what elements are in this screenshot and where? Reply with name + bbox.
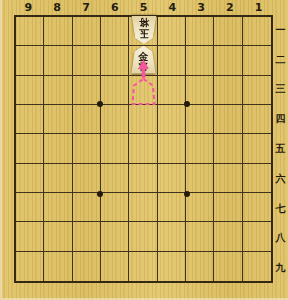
square-9h[interactable]: [16, 222, 44, 251]
square-8h[interactable]: [44, 222, 72, 251]
square-4h[interactable]: [158, 222, 186, 251]
square-3i[interactable]: [186, 252, 214, 281]
file-label-9: 9: [14, 0, 43, 15]
square-7b[interactable]: [73, 46, 101, 75]
square-5f[interactable]: [129, 164, 157, 193]
rank-label-5: 五: [273, 134, 288, 164]
square-4f[interactable]: [158, 164, 186, 193]
square-1e[interactable]: [243, 134, 271, 163]
square-6c[interactable]: [101, 76, 129, 105]
rank-label-1: 一: [273, 15, 288, 45]
file-label-6: 6: [100, 0, 129, 15]
square-3a[interactable]: [186, 17, 214, 46]
square-1f[interactable]: [243, 164, 271, 193]
square-6h[interactable]: [101, 222, 129, 251]
square-3c[interactable]: [186, 76, 214, 105]
square-1g[interactable]: [243, 193, 271, 222]
square-6i[interactable]: [101, 252, 129, 281]
piece-sente-gold-5b[interactable]: 金 将: [131, 46, 157, 74]
square-7i[interactable]: [73, 252, 101, 281]
file-label-8: 8: [43, 0, 72, 15]
kanji-top: 玉: [139, 27, 149, 38]
hoshi-dot: [97, 191, 103, 197]
square-9g[interactable]: [16, 193, 44, 222]
file-label-5: 5: [129, 0, 158, 15]
square-7h[interactable]: [73, 222, 101, 251]
square-9e[interactable]: [16, 134, 44, 163]
square-1d[interactable]: [243, 105, 271, 134]
square-3e[interactable]: [186, 134, 214, 163]
square-8c[interactable]: [44, 76, 72, 105]
square-4g[interactable]: [158, 193, 186, 222]
square-4e[interactable]: [158, 134, 186, 163]
square-6a[interactable]: [101, 17, 129, 46]
file-label-1: 1: [244, 0, 273, 15]
file-label-7: 7: [72, 0, 101, 15]
square-2g[interactable]: [214, 193, 242, 222]
square-8a[interactable]: [44, 17, 72, 46]
file-label-2: 2: [215, 0, 244, 15]
square-9b[interactable]: [16, 46, 44, 75]
square-5i[interactable]: [129, 252, 157, 281]
square-5e[interactable]: [129, 134, 157, 163]
hoshi-dot: [184, 191, 190, 197]
square-2f[interactable]: [214, 164, 242, 193]
square-5d[interactable]: [129, 105, 157, 134]
square-8f[interactable]: [44, 164, 72, 193]
piece-gote-king-5a[interactable]: 玉 将: [131, 16, 157, 44]
rank-label-3: 三: [273, 75, 288, 105]
rank-label-4: 四: [273, 104, 288, 134]
square-7d[interactable]: [73, 105, 101, 134]
square-1c[interactable]: [243, 76, 271, 105]
square-2h[interactable]: [214, 222, 242, 251]
square-9c[interactable]: [16, 76, 44, 105]
square-4c[interactable]: [158, 76, 186, 105]
square-1a[interactable]: [243, 17, 271, 46]
square-3g[interactable]: [186, 193, 214, 222]
kanji-bottom: 将: [139, 17, 149, 28]
square-4i[interactable]: [158, 252, 186, 281]
square-5h[interactable]: [129, 222, 157, 251]
square-8b[interactable]: [44, 46, 72, 75]
square-8e[interactable]: [44, 134, 72, 163]
square-1i[interactable]: [243, 252, 271, 281]
square-2i[interactable]: [214, 252, 242, 281]
square-6b[interactable]: [101, 46, 129, 75]
square-9a[interactable]: [16, 17, 44, 46]
square-1h[interactable]: [243, 222, 271, 251]
square-5g[interactable]: [129, 193, 157, 222]
square-8d[interactable]: [44, 105, 72, 134]
square-6d[interactable]: [101, 105, 129, 134]
rank-coordinates: 一 二 三 四 五 六 七 八 九: [273, 15, 288, 283]
square-8i[interactable]: [44, 252, 72, 281]
square-4a[interactable]: [158, 17, 186, 46]
square-6e[interactable]: [101, 134, 129, 163]
square-6g[interactable]: [101, 193, 129, 222]
rank-label-8: 八: [273, 223, 288, 253]
hoshi-dot: [184, 101, 190, 107]
file-label-4: 4: [158, 0, 187, 15]
square-3d[interactable]: [186, 105, 214, 134]
square-7e[interactable]: [73, 134, 101, 163]
square-3h[interactable]: [186, 222, 214, 251]
kanji-bottom: 将: [139, 62, 149, 73]
rank-label-7: 七: [273, 194, 288, 224]
square-7c[interactable]: [73, 76, 101, 105]
square-5c[interactable]: [129, 76, 157, 105]
koma-face: 金 将: [131, 46, 157, 74]
square-2e[interactable]: [214, 134, 242, 163]
square-9i[interactable]: [16, 252, 44, 281]
file-label-3: 3: [187, 0, 216, 15]
square-3b[interactable]: [186, 46, 214, 75]
file-coordinates: 9 8 7 6 5 4 3 2 1: [14, 0, 273, 15]
rank-label-9: 九: [273, 253, 288, 283]
square-9d[interactable]: [16, 105, 44, 134]
square-2c[interactable]: [214, 76, 242, 105]
square-3f[interactable]: [186, 164, 214, 193]
square-6f[interactable]: [101, 164, 129, 193]
square-2b[interactable]: [214, 46, 242, 75]
square-9f[interactable]: [16, 164, 44, 193]
shogi-app-screenshot: 9 8 7 6 5 4 3 2 1 一 二 三 四 五 六 七 八 九 玉 将 …: [0, 0, 288, 300]
square-2d[interactable]: [214, 105, 242, 134]
square-2a[interactable]: [214, 17, 242, 46]
square-7a[interactable]: [73, 17, 101, 46]
square-4d[interactable]: [158, 105, 186, 134]
rank-label-6: 六: [273, 164, 288, 194]
square-4b[interactable]: [158, 46, 186, 75]
square-7g[interactable]: [73, 193, 101, 222]
rank-label-2: 二: [273, 45, 288, 75]
square-8g[interactable]: [44, 193, 72, 222]
square-1b[interactable]: [243, 46, 271, 75]
koma-face: 玉 将: [131, 16, 157, 44]
square-7f[interactable]: [73, 164, 101, 193]
hoshi-dot: [97, 101, 103, 107]
